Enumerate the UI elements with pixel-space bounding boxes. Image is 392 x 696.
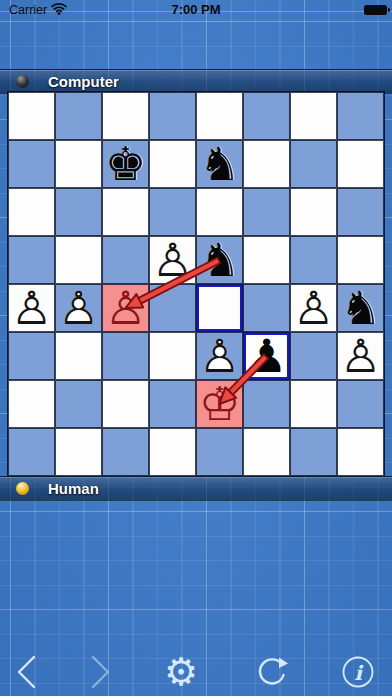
svg-text:i: i (354, 661, 364, 685)
square-b3[interactable] (55, 332, 102, 380)
square-f8[interactable] (243, 92, 290, 140)
square-b2[interactable] (55, 380, 102, 428)
square-d3[interactable] (149, 332, 196, 380)
square-e6[interactable] (196, 188, 243, 236)
white-pawn: ♙ (102, 284, 149, 332)
square-f1[interactable] (243, 428, 290, 476)
square-f6[interactable] (243, 188, 290, 236)
square-c7[interactable]: ♚ (102, 140, 149, 188)
square-d5[interactable]: ♟♙ (149, 236, 196, 284)
black-knight: ♞ (337, 284, 384, 332)
black-sphere-icon (16, 75, 29, 88)
square-b7[interactable] (55, 140, 102, 188)
square-g6[interactable] (290, 188, 337, 236)
square-e8[interactable] (196, 92, 243, 140)
white-king: ♔ (196, 380, 243, 428)
battery-icon (364, 5, 387, 16)
chess-board: ♚♞♟♙♞♟♙♟♙♙♟♙♞♟♙♟♟♙♔ (8, 92, 384, 476)
square-h5[interactable] (337, 236, 384, 284)
square-c4[interactable]: ♙ (102, 284, 149, 332)
square-a5[interactable] (8, 236, 55, 284)
square-g4[interactable]: ♟♙ (290, 284, 337, 332)
black-pawn: ♟ (243, 332, 290, 380)
square-g3[interactable] (290, 332, 337, 380)
square-a2[interactable] (8, 380, 55, 428)
flip-board-button[interactable] (254, 654, 290, 690)
human-label: Human (48, 477, 99, 500)
square-e5[interactable]: ♞ (196, 236, 243, 284)
settings-button[interactable]: ⚙ (164, 653, 198, 691)
square-b1[interactable] (55, 428, 102, 476)
white-pawn: ♟♙ (337, 332, 384, 380)
square-a6[interactable] (8, 188, 55, 236)
square-h6[interactable] (337, 188, 384, 236)
square-e4[interactable] (196, 284, 243, 332)
square-c5[interactable] (102, 236, 149, 284)
square-a1[interactable] (8, 428, 55, 476)
human-player-bar: Human (0, 476, 392, 501)
back-button[interactable] (15, 654, 39, 690)
square-f7[interactable] (243, 140, 290, 188)
square-c8[interactable] (102, 92, 149, 140)
info-icon: i (341, 655, 375, 689)
black-king: ♚ (102, 140, 149, 188)
square-b6[interactable] (55, 188, 102, 236)
square-f5[interactable] (243, 236, 290, 284)
white-pawn: ♟♙ (8, 284, 55, 332)
square-h7[interactable] (337, 140, 384, 188)
square-e1[interactable] (196, 428, 243, 476)
square-d6[interactable] (149, 188, 196, 236)
square-a4[interactable]: ♟♙ (8, 284, 55, 332)
square-f2[interactable] (243, 380, 290, 428)
computer-label: Computer (48, 70, 119, 93)
status-bar: Carrier 7:00 PM (0, 0, 392, 20)
square-h3[interactable]: ♟♙ (337, 332, 384, 380)
square-e3[interactable]: ♟♙ (196, 332, 243, 380)
rotate-icon (254, 654, 290, 690)
square-c6[interactable] (102, 188, 149, 236)
square-h4[interactable]: ♞ (337, 284, 384, 332)
square-c2[interactable] (102, 380, 149, 428)
square-d2[interactable] (149, 380, 196, 428)
square-c3[interactable] (102, 332, 149, 380)
app-screen: Carrier 7:00 PM Computer ♚♞♟♙♞♟♙♟♙♙♟♙♞♟♙… (0, 0, 392, 696)
square-g1[interactable] (290, 428, 337, 476)
black-knight: ♞ (196, 236, 243, 284)
square-h2[interactable] (337, 380, 384, 428)
square-d4[interactable] (149, 284, 196, 332)
square-d7[interactable] (149, 140, 196, 188)
square-g8[interactable] (290, 92, 337, 140)
square-d8[interactable] (149, 92, 196, 140)
white-pawn: ♟♙ (196, 332, 243, 380)
square-f3[interactable]: ♟ (243, 332, 290, 380)
forward-button[interactable] (88, 654, 112, 690)
black-knight: ♞ (196, 140, 243, 188)
square-a3[interactable] (8, 332, 55, 380)
computer-player-bar: Computer (0, 69, 392, 94)
square-b5[interactable] (55, 236, 102, 284)
square-g2[interactable] (290, 380, 337, 428)
white-pawn: ♟♙ (55, 284, 102, 332)
chevron-left-icon (15, 654, 39, 690)
gold-sphere-icon (16, 482, 29, 495)
square-b4[interactable]: ♟♙ (55, 284, 102, 332)
white-pawn: ♟♙ (149, 236, 196, 284)
square-f4[interactable] (243, 284, 290, 332)
square-h8[interactable] (337, 92, 384, 140)
square-b8[interactable] (55, 92, 102, 140)
square-a8[interactable] (8, 92, 55, 140)
square-h1[interactable] (337, 428, 384, 476)
square-e7[interactable]: ♞ (196, 140, 243, 188)
bottom-toolbar: ⚙ i (0, 648, 392, 696)
square-g5[interactable] (290, 236, 337, 284)
square-a7[interactable] (8, 140, 55, 188)
gear-icon: ⚙ (164, 653, 198, 691)
square-c1[interactable] (102, 428, 149, 476)
square-e2[interactable]: ♔ (196, 380, 243, 428)
clock-time: 7:00 PM (0, 0, 392, 20)
square-g7[interactable] (290, 140, 337, 188)
info-button[interactable]: i (341, 655, 375, 689)
square-d1[interactable] (149, 428, 196, 476)
chevron-right-icon (88, 654, 112, 690)
white-pawn: ♟♙ (290, 284, 337, 332)
